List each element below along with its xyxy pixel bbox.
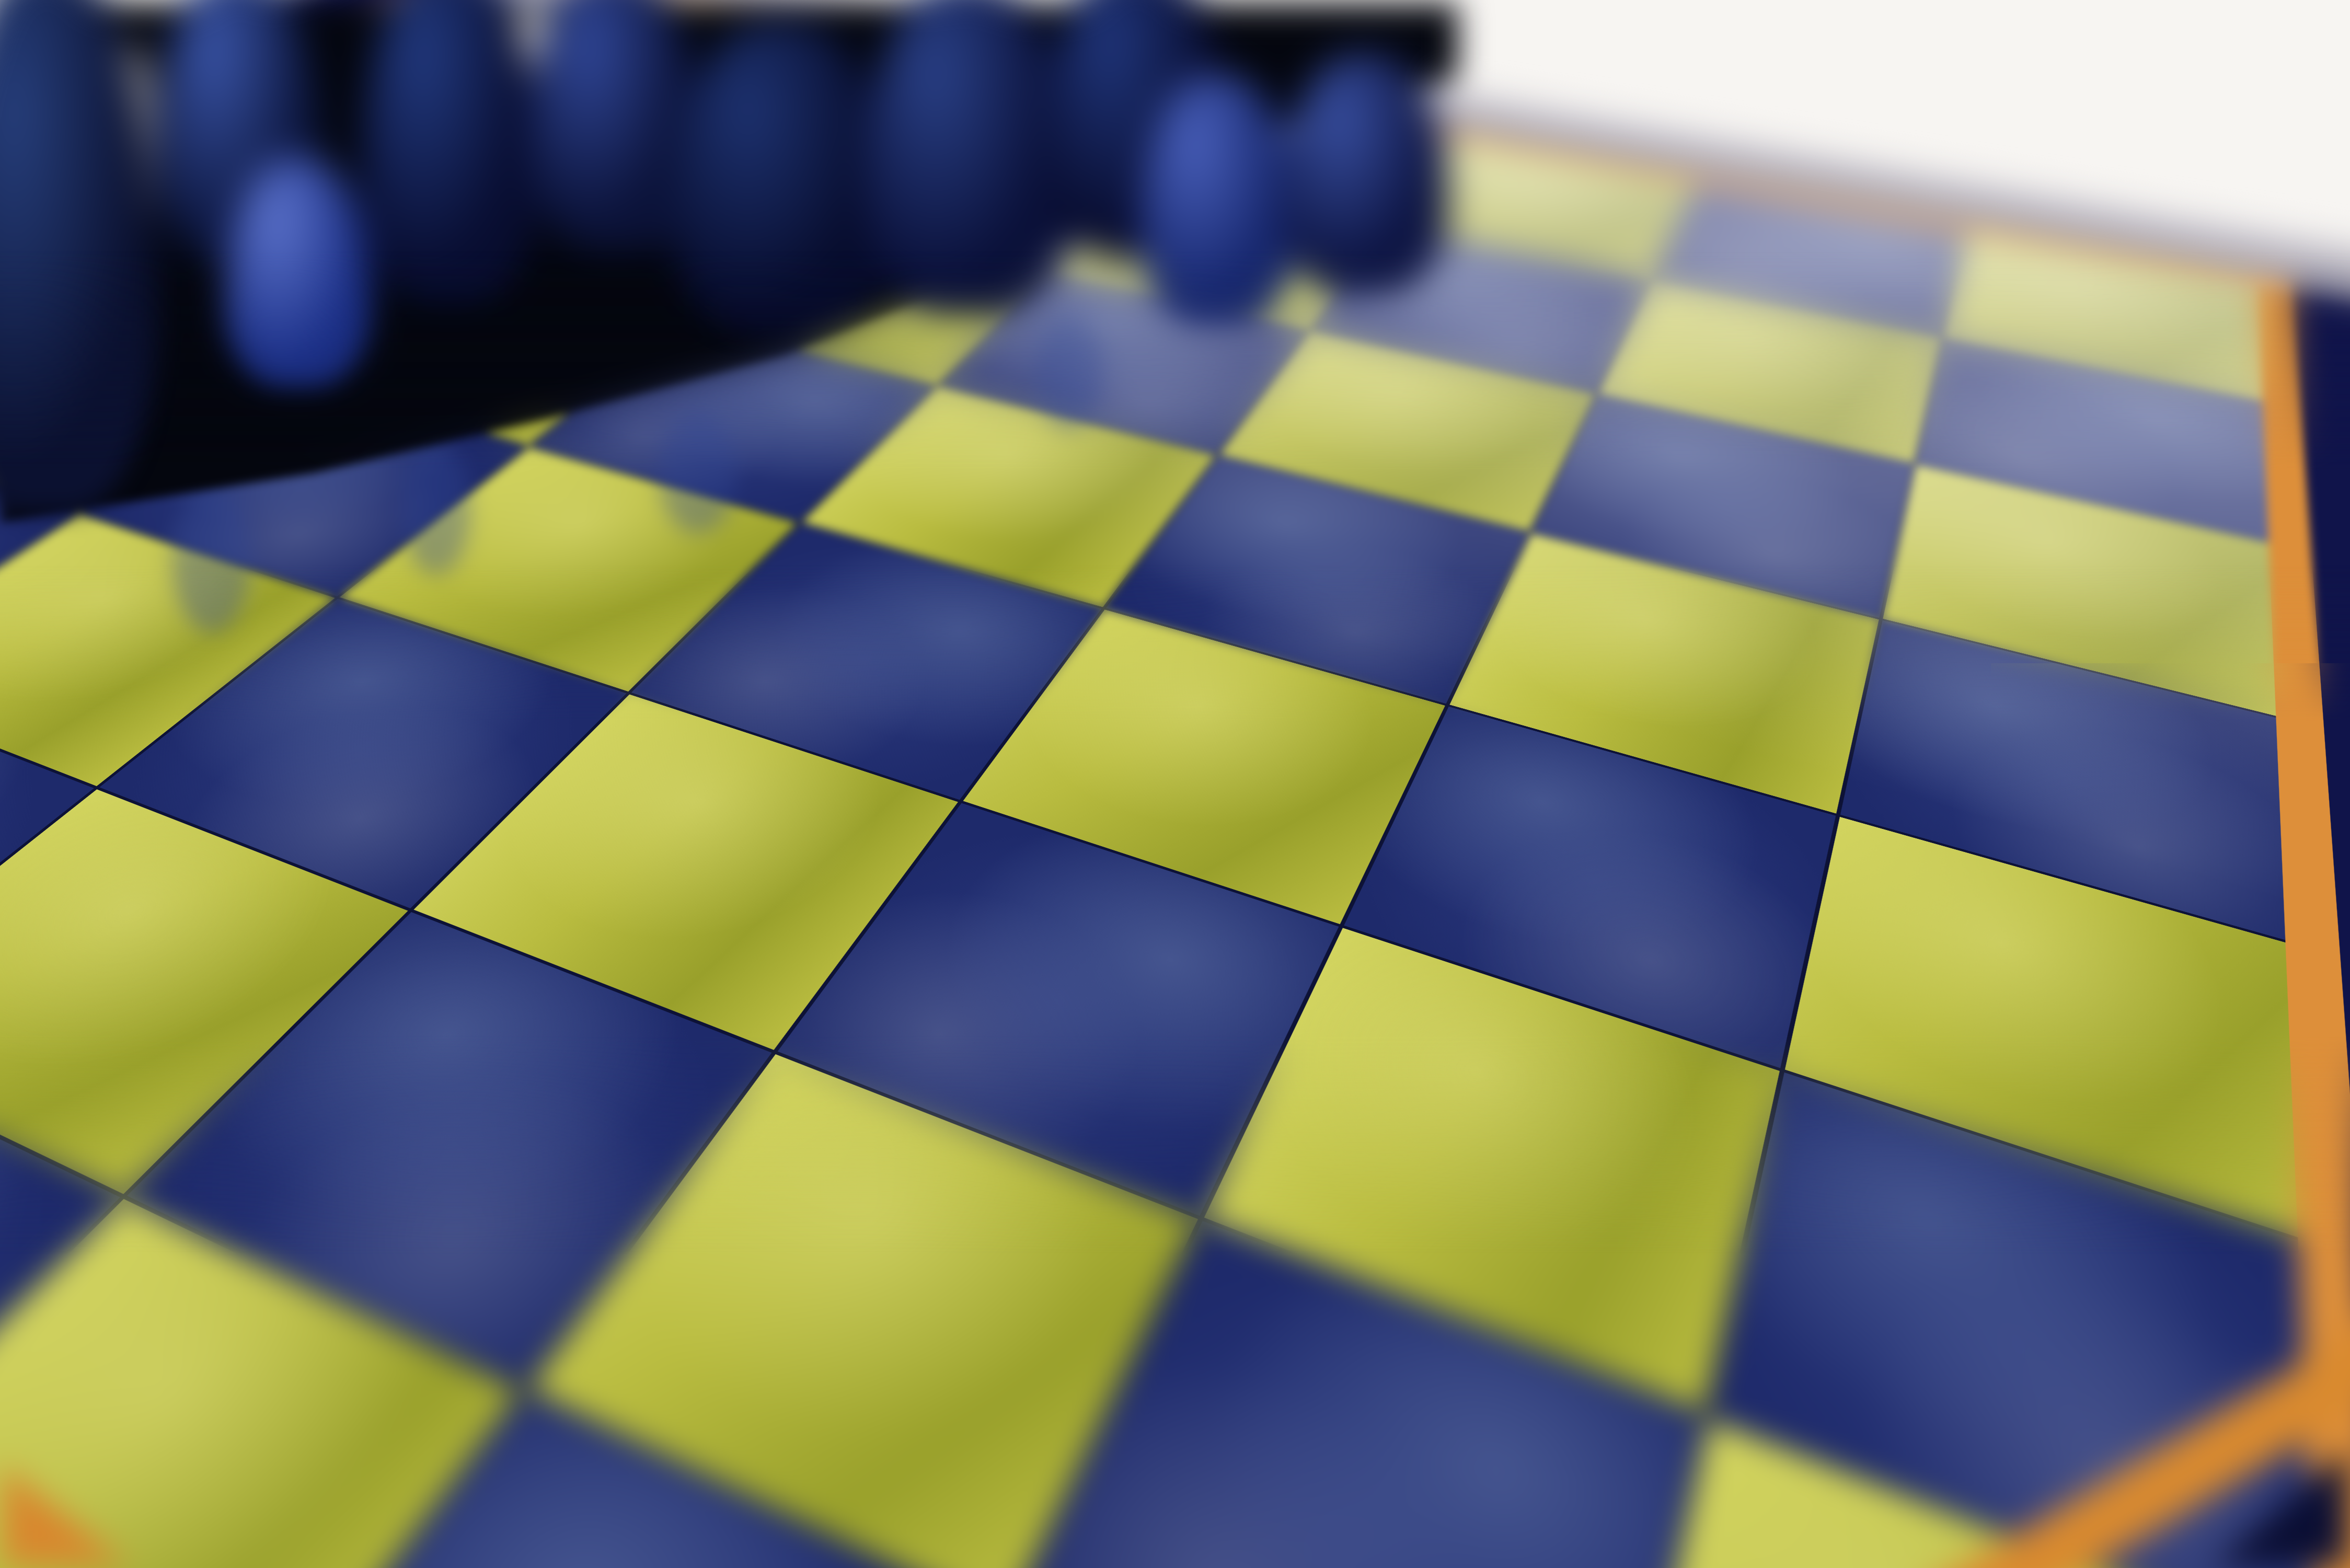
focus-layer-sharp-focal-band	[0, 0, 2350, 1568]
chess-piece[interactable]	[669, 21, 894, 335]
chess-piece[interactable]	[0, 0, 157, 512]
chess-pieces	[0, 0, 2350, 1568]
chess-piece[interactable]	[361, 0, 538, 303]
chessboard-photo-scene	[0, 0, 2350, 1568]
chess-piece[interactable]	[862, 0, 1072, 314]
photo-content	[0, 0, 2350, 1568]
chess-piece[interactable]	[1281, 52, 1448, 293]
